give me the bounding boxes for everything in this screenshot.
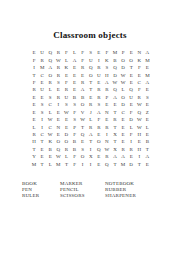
grid-cell: E (38, 153, 46, 160)
grid-cell: O (54, 138, 62, 145)
grid-cell: R (95, 123, 103, 130)
grid-cell: F (103, 49, 111, 56)
grid-cell: L (127, 123, 135, 130)
grid-cell: L (62, 153, 70, 160)
grid-cell: L (30, 123, 38, 130)
grid-cell: E (143, 161, 151, 168)
grid-cell: E (95, 49, 103, 56)
grid-cell: F (135, 86, 143, 93)
grid-cell: L (143, 123, 151, 130)
grid-cell: E (30, 49, 38, 56)
grid-cell: O (95, 138, 103, 145)
grid-cell: H (135, 146, 143, 153)
grid-cell: F (70, 131, 78, 138)
grid-cell: E (62, 123, 70, 130)
grid-cell: A (111, 94, 119, 101)
grid-cell: U (38, 49, 46, 56)
grid-cell: I (95, 56, 103, 63)
grid-cell: E (54, 116, 62, 123)
grid-cell: T (111, 109, 119, 116)
grid-cell: L (46, 161, 54, 168)
grid-cell: E (54, 109, 62, 116)
grid-cell: E (119, 116, 127, 123)
puzzle-title: Classroom objects (0, 30, 180, 40)
grid-cell: B (70, 94, 78, 101)
grid-cell: S (38, 109, 46, 116)
grid-cell: T (127, 64, 135, 71)
grid-cell: T (30, 146, 38, 153)
grid-cell: R (135, 94, 143, 101)
grid-cell: Q (46, 49, 54, 56)
grid-cell: F (95, 116, 103, 123)
grid-cell: X (111, 146, 119, 153)
grid-cell: A (143, 79, 151, 86)
grid-cell: L (46, 109, 54, 116)
grid-cell: W (103, 146, 111, 153)
grid-cell: E (70, 86, 78, 93)
grid-cell: A (79, 86, 87, 93)
grid-cell: E (103, 116, 111, 123)
grid-cell: E (135, 71, 143, 78)
grid-cell: F (127, 109, 135, 116)
grid-cell: E (79, 138, 87, 145)
grid-cell: E (119, 131, 127, 138)
grid-cell: R (79, 64, 87, 71)
grid-cell: S (103, 64, 111, 71)
grid-cell: Q (46, 56, 54, 63)
grid-cell: W (79, 116, 87, 123)
grid-cell: E (62, 71, 70, 78)
grid-cell: F (30, 56, 38, 63)
word-list-column-3: NOTEBOOKRUBBERSHARPENER (105, 181, 160, 199)
grid-cell: T (87, 138, 95, 145)
grid-cell: T (87, 86, 95, 93)
grid-cell: T (62, 161, 70, 168)
grid-cell: U (38, 86, 46, 93)
grid-cell: Q (95, 146, 103, 153)
word-list-item: SCISSORS (60, 193, 105, 199)
grid-cell: L (87, 116, 95, 123)
grid-cell: E (127, 71, 135, 78)
grid-cell: E (143, 101, 151, 108)
grid-cell: I (87, 161, 95, 168)
grid-cell: C (46, 123, 54, 130)
grid-cell: V (79, 109, 87, 116)
grid-cell: N (54, 123, 62, 130)
grid-cell: Q (135, 109, 143, 116)
grid-cell: S (70, 116, 78, 123)
grid-cell: A (46, 64, 54, 71)
grid-cell: A (143, 153, 151, 160)
grid-cell: R (62, 146, 70, 153)
worksheet-page: Classroom objects EUQRFLFSEFMPENAFRQWLAF… (0, 0, 180, 256)
grid-cell: R (54, 94, 62, 101)
grid-cell: W (135, 123, 143, 130)
grid-cell: P (119, 49, 127, 56)
grid-cell: W (54, 153, 62, 160)
grid-cell: T (111, 138, 119, 145)
grid-cell: E (143, 64, 151, 71)
grid-cell: F (135, 64, 143, 71)
grid-cell: R (38, 56, 46, 63)
grid-cell: C (135, 79, 143, 86)
grid-cell: X (111, 131, 119, 138)
grid-cell: I (38, 123, 46, 130)
grid-cell: O (119, 56, 127, 63)
grid-cell: Q (111, 64, 119, 71)
grid-cell: S (70, 101, 78, 108)
grid-cell: E (38, 79, 46, 86)
grid-cell: E (143, 131, 151, 138)
grid-cell: E (127, 79, 135, 86)
grid-cell: S (54, 79, 62, 86)
grid-cell: T (30, 71, 38, 78)
grid-cell: P (103, 94, 111, 101)
grid-cell: W (46, 131, 54, 138)
word-list-column-1: BOOKPENRULER (22, 181, 60, 199)
grid-cell: R (54, 49, 62, 56)
grid-cell: M (143, 56, 151, 63)
grid-cell: E (38, 94, 46, 101)
grid-cell: B (46, 146, 54, 153)
grid-cell: F (62, 79, 70, 86)
grid-cell: W (135, 116, 143, 123)
grid-cell: N (103, 138, 111, 145)
grid-cell: R (127, 146, 135, 153)
grid-cell: W (135, 101, 143, 108)
grid-cell: R (119, 146, 127, 153)
grid-cell: D (119, 64, 127, 71)
grid-cell: W (119, 71, 127, 78)
grid-cell: M (119, 161, 127, 168)
grid-cell: R (79, 79, 87, 86)
grid-cell: W (119, 79, 127, 86)
grid-cell: E (38, 146, 46, 153)
grid-cell: E (30, 101, 38, 108)
grid-cell: F (79, 56, 87, 63)
grid-cell: P (70, 123, 78, 130)
grid-cell: L (119, 86, 127, 93)
grid-cell: A (87, 131, 95, 138)
grid-cell: O (79, 153, 87, 160)
grid-cell: W (62, 109, 70, 116)
grid-cell: O (46, 71, 54, 78)
grid-cell: S (46, 94, 54, 101)
grid-cell: R (103, 153, 111, 160)
grid-cell: W (54, 56, 62, 63)
grid-cell: R (54, 64, 62, 71)
grid-cell: E (30, 109, 38, 116)
grid-cell: D (119, 101, 127, 108)
grid-cell: F (79, 49, 87, 56)
grid-cell: U (62, 94, 70, 101)
grid-cell: R (87, 123, 95, 130)
grid-cell: E (95, 153, 103, 160)
grid-cell: K (135, 56, 143, 63)
grid-cell: C (46, 101, 54, 108)
grid-cell: F (70, 153, 78, 160)
grid-cell: F (127, 131, 135, 138)
grid-cell: R (111, 116, 119, 123)
grid-cell: B (79, 94, 87, 101)
grid-cell: O (62, 138, 70, 145)
grid-cell: A (119, 153, 127, 160)
grid-cell: A (111, 153, 119, 160)
grid-cell: R (62, 86, 70, 93)
grid-cell: H (103, 71, 111, 78)
grid-cell: F (70, 109, 78, 116)
grid-cell: E (30, 94, 38, 101)
grid-cell: S (87, 49, 95, 56)
grid-cell: E (127, 49, 135, 56)
grid-cell: M (111, 49, 119, 56)
grid-cell: Q (127, 86, 135, 93)
grid-cell: W (111, 79, 119, 86)
grid-cell: Y (30, 153, 38, 160)
word-list-column-2: MARKERPENCILSCISSORS (60, 181, 105, 199)
grid-cell: O (127, 56, 135, 63)
grid-cell: O (79, 101, 87, 108)
grid-cell: R (103, 123, 111, 130)
word-list-item: SHARPENER (105, 193, 160, 199)
grid-cell: I (135, 153, 143, 160)
grid-cell: I (103, 131, 111, 138)
grid-cell: Z (143, 109, 151, 116)
grid-cell: Q (103, 161, 111, 168)
grid-cell: I (87, 146, 95, 153)
grid-cell: R (30, 131, 38, 138)
grid-cell: K (46, 138, 54, 145)
grid-cell: I (38, 116, 46, 123)
grid-cell: R (30, 86, 38, 93)
word-list-item: RULER (22, 193, 60, 199)
grid-cell: W (46, 116, 54, 123)
grid-cell: R (95, 94, 103, 101)
grid-cell: R (87, 101, 95, 108)
grid-cell: L (70, 49, 78, 56)
grid-cell: I (54, 101, 62, 108)
grid-cell: I (127, 138, 135, 145)
grid-cell: E (70, 79, 78, 86)
grid-cell: M (30, 161, 38, 168)
grid-cell: D (111, 71, 119, 78)
word-search-grid: EUQRFLFSEFMPENAFRQWLAFUIKBOOKMIMARKERQRS… (30, 49, 151, 168)
grid-cell: C (119, 109, 127, 116)
grid-cell: E (54, 131, 62, 138)
grid-cell: R (95, 86, 103, 93)
grid-cell: E (95, 131, 103, 138)
grid-cell: T (87, 79, 95, 86)
grid-cell: E (79, 71, 87, 78)
grid-cell: E (70, 71, 78, 78)
grid-cell: A (143, 49, 151, 56)
grid-cell: U (127, 94, 135, 101)
grid-cell: H (30, 138, 38, 145)
grid-cell: A (103, 79, 111, 86)
grid-cell: E (143, 86, 151, 93)
grid-cell: E (119, 138, 127, 145)
grid-cell: F (30, 79, 38, 86)
grid-cell: E (143, 116, 151, 123)
grid-cell: D (62, 131, 70, 138)
grid-cell: E (127, 153, 135, 160)
grid-cell: T (38, 138, 46, 145)
grid-cell: E (54, 86, 62, 93)
grid-cell: A (95, 109, 103, 116)
grid-cell: E (119, 123, 127, 130)
grid-cell: N (103, 109, 111, 116)
grid-cell: T (38, 161, 46, 168)
grid-cell: F (70, 161, 78, 168)
grid-cell: X (87, 153, 95, 160)
grid-cell: A (70, 56, 78, 63)
grid-cell: L (46, 86, 54, 93)
grid-cell: E (135, 138, 143, 145)
grid-cell: R (103, 86, 111, 93)
grid-cell: R (54, 71, 62, 78)
grid-cell: E (103, 101, 111, 108)
grid-cell: S (95, 101, 103, 108)
grid-cell: B (111, 56, 119, 63)
grid-cell: M (54, 161, 62, 168)
grid-cell: R (46, 79, 54, 86)
grid-cell: H (135, 131, 143, 138)
grid-cell: E (30, 116, 38, 123)
grid-cell: F (62, 49, 70, 56)
grid-cell: E (127, 101, 135, 108)
grid-cell: S (38, 101, 46, 108)
grid-cell: S (79, 146, 87, 153)
grid-cell: T (143, 146, 151, 153)
grid-cell: E (111, 101, 119, 108)
grid-cell: E (95, 79, 103, 86)
grid-cell: O (119, 94, 127, 101)
grid-cell: D (127, 161, 135, 168)
grid-cell: Q (111, 86, 119, 93)
grid-cell: E (87, 94, 95, 101)
grid-cell: T (111, 123, 119, 130)
grid-cell: S (143, 94, 151, 101)
grid-cell: I (30, 64, 38, 71)
grid-cell: U (87, 56, 95, 63)
grid-cell: M (38, 64, 46, 71)
grid-cell: M (143, 71, 151, 78)
grid-cell: T (111, 161, 119, 168)
grid-cell: J (87, 109, 95, 116)
grid-cell: R (95, 64, 103, 71)
grid-cell: K (62, 64, 70, 71)
grid-cell: B (70, 146, 78, 153)
grid-cell: C (38, 131, 46, 138)
grid-cell: B (143, 138, 151, 145)
grid-cell: Q (79, 131, 87, 138)
grid-cell: D (127, 116, 135, 123)
grid-cell: I (79, 161, 87, 168)
grid-cell: N (135, 49, 143, 56)
grid-cell: Q (54, 146, 62, 153)
grid-cell: O (87, 71, 95, 78)
grid-cell: K (103, 56, 111, 63)
grid-cell: E (46, 153, 54, 160)
word-list: BOOKPENRULER MARKERPENCILSCISSORS NOTEBO… (22, 181, 162, 199)
grid-cell: T (135, 161, 143, 168)
grid-cell: L (62, 56, 70, 63)
grid-cell: B (70, 138, 78, 145)
grid-cell: U (95, 71, 103, 78)
grid-cell: E (62, 116, 70, 123)
grid-cell: T (79, 123, 87, 130)
grid-cell: E (95, 161, 103, 168)
grid-cell: C (38, 71, 46, 78)
grid-cell: S (62, 101, 70, 108)
grid-cell: E (70, 64, 78, 71)
grid-cell: Q (87, 64, 95, 71)
